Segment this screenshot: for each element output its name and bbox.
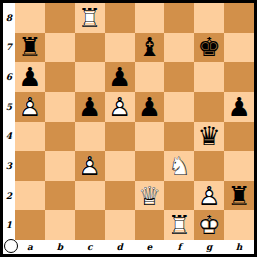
diagram-inner: 87654321 ♜♖♜♝♚♟♟♟♙♟♟♙♟♟♛♟♙♞♘♛♕♟♙♜♜♖♚♔ ab… bbox=[3, 3, 254, 254]
white-queen-e2[interactable]: ♛♕ bbox=[135, 181, 165, 211]
file-label-c: c bbox=[75, 240, 105, 254]
square-f4[interactable] bbox=[164, 122, 194, 152]
black-rook-a7[interactable]: ♜ bbox=[15, 33, 45, 63]
rank-label-2: 2 bbox=[3, 181, 15, 211]
square-a4[interactable] bbox=[15, 122, 45, 152]
square-g4[interactable]: ♛ bbox=[194, 122, 224, 152]
piece-glyph: ♟ bbox=[75, 92, 105, 122]
piece-outline-glyph: ♕ bbox=[135, 181, 165, 211]
square-a5[interactable]: ♟♙ bbox=[15, 92, 45, 122]
square-e7[interactable]: ♝ bbox=[135, 33, 165, 63]
black-pawn-c5[interactable]: ♟ bbox=[75, 92, 105, 122]
white-king-g1[interactable]: ♚♔ bbox=[194, 210, 224, 240]
rank-label-3: 3 bbox=[3, 151, 15, 181]
rank-label-7: 7 bbox=[3, 33, 15, 63]
square-d7[interactable] bbox=[105, 33, 135, 63]
square-c4[interactable] bbox=[75, 122, 105, 152]
square-b4[interactable] bbox=[45, 122, 75, 152]
square-g6[interactable] bbox=[194, 62, 224, 92]
square-a2[interactable] bbox=[15, 181, 45, 211]
square-d1[interactable] bbox=[105, 210, 135, 240]
rank-label-8: 8 bbox=[3, 3, 15, 33]
square-c8[interactable]: ♜♖ bbox=[75, 3, 105, 33]
piece-outline-glyph: ♔ bbox=[194, 210, 224, 240]
square-c7[interactable] bbox=[75, 33, 105, 63]
square-b2[interactable] bbox=[45, 181, 75, 211]
file-label-g: g bbox=[194, 240, 224, 254]
square-h8[interactable] bbox=[224, 3, 254, 33]
file-label-d: d bbox=[105, 240, 135, 254]
square-f6[interactable] bbox=[164, 62, 194, 92]
white-to-move-indicator-icon bbox=[4, 239, 18, 253]
piece-outline-glyph: ♙ bbox=[75, 151, 105, 181]
rank-label-5: 5 bbox=[3, 92, 15, 122]
square-d8[interactable] bbox=[105, 3, 135, 33]
square-h1[interactable] bbox=[224, 210, 254, 240]
square-e2[interactable]: ♛♕ bbox=[135, 181, 165, 211]
white-pawn-c3[interactable]: ♟♙ bbox=[75, 151, 105, 181]
square-g7[interactable]: ♚ bbox=[194, 33, 224, 63]
square-e3[interactable] bbox=[135, 151, 165, 181]
rank-labels: 87654321 bbox=[3, 3, 15, 240]
file-label-h: h bbox=[224, 240, 254, 254]
piece-outline-glyph: ♖ bbox=[75, 3, 105, 33]
square-h6[interactable] bbox=[224, 62, 254, 92]
piece-glyph: ♛ bbox=[194, 122, 224, 152]
square-e5[interactable]: ♟ bbox=[135, 92, 165, 122]
chess-board[interactable]: ♜♖♜♝♚♟♟♟♙♟♟♙♟♟♛♟♙♞♘♛♕♟♙♜♜♖♚♔ bbox=[15, 3, 254, 240]
piece-outline-glyph: ♘ bbox=[164, 151, 194, 181]
square-d4[interactable] bbox=[105, 122, 135, 152]
square-g8[interactable] bbox=[194, 3, 224, 33]
piece-glyph: ♟ bbox=[224, 92, 254, 122]
white-pawn-g2[interactable]: ♟♙ bbox=[194, 181, 224, 211]
square-d2[interactable] bbox=[105, 181, 135, 211]
square-e1[interactable] bbox=[135, 210, 165, 240]
piece-glyph: ♟ bbox=[135, 92, 165, 122]
piece-glyph: ♟ bbox=[105, 62, 135, 92]
square-c2[interactable] bbox=[75, 181, 105, 211]
black-king-g7[interactable]: ♚ bbox=[194, 33, 224, 63]
square-d3[interactable] bbox=[105, 151, 135, 181]
white-pawn-a5[interactable]: ♟♙ bbox=[15, 92, 45, 122]
square-h5[interactable]: ♟ bbox=[224, 92, 254, 122]
square-h7[interactable] bbox=[224, 33, 254, 63]
rank-label-4: 4 bbox=[3, 122, 15, 152]
white-pawn-d5[interactable]: ♟♙ bbox=[105, 92, 135, 122]
piece-glyph: ♟ bbox=[15, 62, 45, 92]
rank-label-1: 1 bbox=[3, 210, 15, 240]
black-pawn-h5[interactable]: ♟ bbox=[224, 92, 254, 122]
piece-glyph: ♝ bbox=[135, 33, 165, 63]
square-b1[interactable] bbox=[45, 210, 75, 240]
white-rook-c8[interactable]: ♜♖ bbox=[75, 3, 105, 33]
rank-label-6: 6 bbox=[3, 62, 15, 92]
square-f3[interactable]: ♞♘ bbox=[164, 151, 194, 181]
square-b8[interactable] bbox=[45, 3, 75, 33]
square-c3[interactable]: ♟♙ bbox=[75, 151, 105, 181]
square-g5[interactable] bbox=[194, 92, 224, 122]
square-c5[interactable]: ♟ bbox=[75, 92, 105, 122]
square-e4[interactable] bbox=[135, 122, 165, 152]
square-g1[interactable]: ♚♔ bbox=[194, 210, 224, 240]
square-h3[interactable] bbox=[224, 151, 254, 181]
square-h2[interactable]: ♜ bbox=[224, 181, 254, 211]
square-c6[interactable] bbox=[75, 62, 105, 92]
black-queen-g4[interactable]: ♛ bbox=[194, 122, 224, 152]
square-f5[interactable] bbox=[164, 92, 194, 122]
piece-outline-glyph: ♙ bbox=[194, 181, 224, 211]
square-d6[interactable]: ♟ bbox=[105, 62, 135, 92]
black-pawn-e5[interactable]: ♟ bbox=[135, 92, 165, 122]
square-a1[interactable] bbox=[15, 210, 45, 240]
piece-outline-glyph: ♙ bbox=[15, 92, 45, 122]
square-a3[interactable] bbox=[15, 151, 45, 181]
square-a8[interactable] bbox=[15, 3, 45, 33]
black-rook-h2[interactable]: ♜ bbox=[224, 181, 254, 211]
square-a6[interactable]: ♟ bbox=[15, 62, 45, 92]
piece-glyph: ♜ bbox=[224, 181, 254, 211]
square-g2[interactable]: ♟♙ bbox=[194, 181, 224, 211]
piece-outline-glyph: ♙ bbox=[105, 92, 135, 122]
file-label-e: e bbox=[135, 240, 165, 254]
chess-diagram: 87654321 ♜♖♜♝♚♟♟♟♙♟♟♙♟♟♛♟♙♞♘♛♕♟♙♜♜♖♚♔ ab… bbox=[0, 0, 257, 257]
file-label-f: f bbox=[164, 240, 194, 254]
square-e8[interactable] bbox=[135, 3, 165, 33]
square-e6[interactable] bbox=[135, 62, 165, 92]
black-pawn-d6[interactable]: ♟ bbox=[105, 62, 135, 92]
black-bishop-e7[interactable]: ♝ bbox=[135, 33, 165, 63]
square-f2[interactable] bbox=[164, 181, 194, 211]
file-labels: abcdefgh bbox=[15, 240, 254, 254]
square-a7[interactable]: ♜ bbox=[15, 33, 45, 63]
white-knight-f3[interactable]: ♞♘ bbox=[164, 151, 194, 181]
square-d5[interactable]: ♟♙ bbox=[105, 92, 135, 122]
square-b6[interactable] bbox=[45, 62, 75, 92]
square-g3[interactable] bbox=[194, 151, 224, 181]
white-rook-f1[interactable]: ♜♖ bbox=[164, 210, 194, 240]
square-f7[interactable] bbox=[164, 33, 194, 63]
square-b5[interactable] bbox=[45, 92, 75, 122]
piece-outline-glyph: ♖ bbox=[164, 210, 194, 240]
black-pawn-a6[interactable]: ♟ bbox=[15, 62, 45, 92]
piece-glyph: ♜ bbox=[15, 33, 45, 63]
square-c1[interactable] bbox=[75, 210, 105, 240]
file-label-a: a bbox=[15, 240, 45, 254]
piece-glyph: ♚ bbox=[194, 33, 224, 63]
square-f1[interactable]: ♜♖ bbox=[164, 210, 194, 240]
square-b7[interactable] bbox=[45, 33, 75, 63]
file-label-b: b bbox=[45, 240, 75, 254]
square-b3[interactable] bbox=[45, 151, 75, 181]
square-h4[interactable] bbox=[224, 122, 254, 152]
square-f8[interactable] bbox=[164, 3, 194, 33]
